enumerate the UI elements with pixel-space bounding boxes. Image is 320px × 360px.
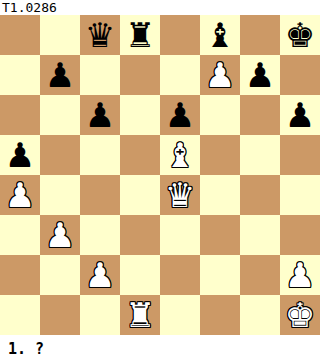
square-g6[interactable]: [240, 95, 280, 135]
square-h4[interactable]: [280, 175, 320, 215]
square-h7[interactable]: [280, 55, 320, 95]
square-g8[interactable]: [240, 15, 280, 55]
square-h8[interactable]: ♚: [280, 15, 320, 55]
square-g1[interactable]: [240, 295, 280, 335]
square-b2[interactable]: [40, 255, 80, 295]
square-a6[interactable]: [0, 95, 40, 135]
white-bishop: ♝: [165, 135, 195, 175]
white-pawn: ♟: [5, 175, 35, 215]
square-g4[interactable]: [240, 175, 280, 215]
square-a4[interactable]: ♟: [0, 175, 40, 215]
square-h5[interactable]: [280, 135, 320, 175]
square-c1[interactable]: [80, 295, 120, 335]
square-f4[interactable]: [200, 175, 240, 215]
black-bishop: ♝: [205, 15, 235, 55]
square-b6[interactable]: [40, 95, 80, 135]
square-d7[interactable]: [120, 55, 160, 95]
square-e6[interactable]: ♟: [160, 95, 200, 135]
square-h6[interactable]: ♟: [280, 95, 320, 135]
square-d1[interactable]: ♜: [120, 295, 160, 335]
square-d4[interactable]: [120, 175, 160, 215]
square-d3[interactable]: [120, 215, 160, 255]
black-queen: ♛: [85, 15, 115, 55]
white-pawn: ♟: [85, 255, 115, 295]
square-e1[interactable]: [160, 295, 200, 335]
square-g3[interactable]: [240, 215, 280, 255]
white-pawn: ♟: [205, 55, 235, 95]
white-rook: ♜: [125, 295, 155, 335]
square-h2[interactable]: ♟: [280, 255, 320, 295]
square-a2[interactable]: [0, 255, 40, 295]
square-g7[interactable]: ♟: [240, 55, 280, 95]
white-queen: ♛: [165, 175, 195, 215]
square-c4[interactable]: [80, 175, 120, 215]
square-e2[interactable]: [160, 255, 200, 295]
square-g2[interactable]: [240, 255, 280, 295]
square-h3[interactable]: [280, 215, 320, 255]
square-f8[interactable]: ♝: [200, 15, 240, 55]
white-king: ♚: [285, 295, 315, 335]
square-g5[interactable]: [240, 135, 280, 175]
square-f1[interactable]: [200, 295, 240, 335]
square-b4[interactable]: [40, 175, 80, 215]
square-f5[interactable]: [200, 135, 240, 175]
square-h1[interactable]: ♚: [280, 295, 320, 335]
square-c3[interactable]: [80, 215, 120, 255]
square-d2[interactable]: [120, 255, 160, 295]
black-pawn: ♟: [165, 95, 195, 135]
square-b7[interactable]: ♟: [40, 55, 80, 95]
square-e3[interactable]: [160, 215, 200, 255]
square-e8[interactable]: [160, 15, 200, 55]
black-pawn: ♟: [5, 135, 35, 175]
square-c7[interactable]: [80, 55, 120, 95]
black-king: ♚: [285, 15, 315, 55]
square-c2[interactable]: ♟: [80, 255, 120, 295]
square-f3[interactable]: [200, 215, 240, 255]
square-f7[interactable]: ♟: [200, 55, 240, 95]
black-pawn: ♟: [245, 55, 275, 95]
move-prompt: 1. ?: [0, 335, 320, 360]
square-a7[interactable]: [0, 55, 40, 95]
square-e4[interactable]: ♛: [160, 175, 200, 215]
chess-board: ♛♜♝♚♟♟♟♟♟♟♟♝♟♛♟♟♟♜♚: [0, 15, 320, 335]
chess-diagram-page: T1.0286 ♛♜♝♚♟♟♟♟♟♟♟♝♟♛♟♟♟♜♚ 1. ?: [0, 0, 320, 360]
square-c8[interactable]: ♛: [80, 15, 120, 55]
square-c6[interactable]: ♟: [80, 95, 120, 135]
square-b5[interactable]: [40, 135, 80, 175]
square-c5[interactable]: [80, 135, 120, 175]
white-pawn: ♟: [45, 215, 75, 255]
square-f2[interactable]: [200, 255, 240, 295]
square-a3[interactable]: [0, 215, 40, 255]
square-a1[interactable]: [0, 295, 40, 335]
square-d6[interactable]: [120, 95, 160, 135]
square-f6[interactable]: [200, 95, 240, 135]
square-d5[interactable]: [120, 135, 160, 175]
black-pawn: ♟: [45, 55, 75, 95]
square-b1[interactable]: [40, 295, 80, 335]
black-pawn: ♟: [285, 95, 315, 135]
square-e7[interactable]: [160, 55, 200, 95]
square-d8[interactable]: ♜: [120, 15, 160, 55]
square-a5[interactable]: ♟: [0, 135, 40, 175]
black-rook: ♜: [125, 15, 155, 55]
square-a8[interactable]: [0, 15, 40, 55]
white-pawn: ♟: [285, 255, 315, 295]
square-e5[interactable]: ♝: [160, 135, 200, 175]
black-pawn: ♟: [85, 95, 115, 135]
square-b3[interactable]: ♟: [40, 215, 80, 255]
page-title: T1.0286: [0, 0, 320, 15]
square-b8[interactable]: [40, 15, 80, 55]
